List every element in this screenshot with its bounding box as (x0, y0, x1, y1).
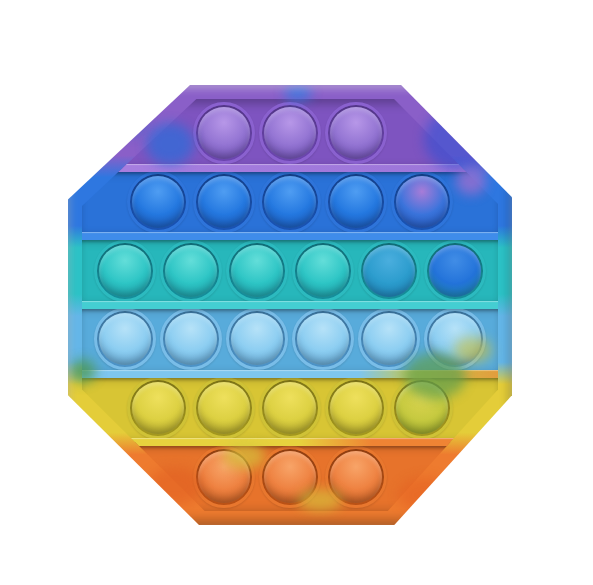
bubble-blue-1[interactable] (132, 176, 184, 228)
bubble-socket (226, 240, 288, 302)
bubble-yellow-1[interactable] (132, 382, 184, 434)
bubble-socket (193, 171, 255, 233)
bubble-socket (127, 171, 189, 233)
bubble-socket (292, 240, 354, 302)
marble-patch (116, 93, 146, 135)
bubble-socket (325, 102, 387, 164)
row-divider (62, 164, 518, 172)
bubble-yellow-4[interactable] (330, 382, 382, 434)
bubble-teal-1[interactable] (99, 245, 151, 297)
bubble-socket (193, 446, 255, 508)
bubble-socket (391, 171, 453, 233)
bubble-blue-2[interactable] (198, 176, 250, 228)
bubble-socket (259, 446, 321, 508)
bubble-blue-4[interactable] (330, 176, 382, 228)
bubble-row-lightblue (82, 305, 498, 374)
bubble-socket (259, 102, 321, 164)
bubble-socket (325, 171, 387, 233)
bubble-tray (82, 99, 498, 511)
bubble-socket (127, 377, 189, 439)
bubble-teal-5[interactable] (363, 245, 415, 297)
bubble-socket (259, 171, 321, 233)
row-divider (62, 438, 518, 446)
bubble-teal-3[interactable] (231, 245, 283, 297)
product-photo (0, 0, 593, 585)
bubble-yellow-2[interactable] (198, 382, 250, 434)
bubble-row-orange (82, 442, 498, 511)
bubble-socket (193, 102, 255, 164)
bubble-purple-1[interactable] (198, 107, 250, 159)
bubble-socket (358, 240, 420, 302)
bubble-socket (259, 377, 321, 439)
bubble-row-purple (82, 99, 498, 168)
bubble-lightblue-4[interactable] (297, 313, 349, 365)
bubble-lightblue-3[interactable] (231, 313, 283, 365)
bubble-lightblue-2[interactable] (165, 313, 217, 365)
bubble-blue-3[interactable] (264, 176, 316, 228)
bubble-socket (94, 240, 156, 302)
bubble-row-yellow (82, 374, 498, 443)
bubble-blue-5[interactable] (396, 176, 448, 228)
bubble-row-blue (82, 168, 498, 237)
marble-patch (284, 85, 312, 101)
bubble-lightblue-5[interactable] (363, 313, 415, 365)
bubble-socket (358, 308, 420, 370)
bubble-orange-3[interactable] (330, 451, 382, 503)
bubble-socket (424, 308, 486, 370)
row-divider (62, 370, 518, 378)
bubble-lightblue-6[interactable] (429, 313, 481, 365)
bubble-socket (226, 308, 288, 370)
bubble-socket (94, 308, 156, 370)
bubble-socket (424, 240, 486, 302)
bubble-teal-6[interactable] (429, 245, 481, 297)
bubble-yellow-5[interactable] (396, 382, 448, 434)
pop-it-toy (68, 85, 512, 525)
bubble-socket (160, 308, 222, 370)
bubble-lightblue-1[interactable] (99, 313, 151, 365)
bubble-socket (391, 377, 453, 439)
bubble-orange-1[interactable] (198, 451, 250, 503)
row-divider (62, 301, 518, 309)
bubble-yellow-3[interactable] (264, 382, 316, 434)
bubble-socket (160, 240, 222, 302)
bubble-socket (325, 377, 387, 439)
bubble-socket (292, 308, 354, 370)
bubble-row-teal (82, 236, 498, 305)
bubble-socket (325, 446, 387, 508)
bubble-purple-2[interactable] (264, 107, 316, 159)
bubble-purple-3[interactable] (330, 107, 382, 159)
bubble-socket (193, 377, 255, 439)
row-divider (62, 232, 518, 240)
bubble-orange-2[interactable] (264, 451, 316, 503)
bubble-teal-2[interactable] (165, 245, 217, 297)
bubble-teal-4[interactable] (297, 245, 349, 297)
